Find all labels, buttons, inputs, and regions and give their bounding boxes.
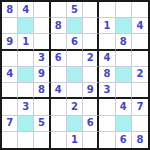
cell-r4c2[interactable]: [18, 51, 34, 67]
cell-r1c5[interactable]: 5: [67, 2, 83, 18]
cell-r1c9[interactable]: [132, 2, 148, 18]
cell-r6c2[interactable]: [18, 83, 34, 99]
cell-r7c6[interactable]: [83, 99, 99, 115]
cell-r9c6[interactable]: [83, 132, 99, 148]
cell-r2c1[interactable]: [2, 18, 18, 34]
cell-r7c1[interactable]: [2, 99, 18, 115]
cell-r1c1[interactable]: 8: [2, 2, 18, 18]
cell-r2c5[interactable]: [67, 18, 83, 34]
cell-r1c4[interactable]: [51, 2, 67, 18]
cell-r8c8[interactable]: [116, 116, 132, 132]
cell-r5c6[interactable]: [83, 67, 99, 83]
cell-r5c1[interactable]: 4: [2, 67, 18, 83]
cell-r3c7[interactable]: [99, 34, 115, 50]
cell-r4c8[interactable]: [116, 51, 132, 67]
cell-r4c1[interactable]: [2, 51, 18, 67]
cell-r5c9[interactable]: 2: [132, 67, 148, 83]
cell-r7c9[interactable]: 7: [132, 99, 148, 115]
cell-r8c1[interactable]: 7: [2, 116, 18, 132]
cell-r7c3[interactable]: [34, 99, 50, 115]
cell-r6c8[interactable]: [116, 83, 132, 99]
cell-r7c2[interactable]: 3: [18, 99, 34, 115]
cell-r1c2[interactable]: 4: [18, 2, 34, 18]
cell-r6c9[interactable]: [132, 83, 148, 99]
cell-r5c8[interactable]: [116, 67, 132, 83]
cell-r1c6[interactable]: [83, 2, 99, 18]
cell-r4c9[interactable]: [132, 51, 148, 67]
cell-r3c6[interactable]: [83, 34, 99, 50]
cell-r4c6[interactable]: 2: [83, 51, 99, 67]
cell-r2c4[interactable]: 8: [51, 18, 67, 34]
cell-r9c3[interactable]: [34, 132, 50, 148]
cell-r6c3[interactable]: 8: [34, 83, 50, 99]
cell-r2c9[interactable]: 4: [132, 18, 148, 34]
cell-r3c9[interactable]: [132, 34, 148, 50]
cell-r6c5[interactable]: [67, 83, 83, 99]
cell-r6c1[interactable]: [2, 83, 18, 99]
cell-r2c7[interactable]: 1: [99, 18, 115, 34]
cell-r8c7[interactable]: [99, 116, 115, 132]
cell-r8c6[interactable]: 6: [83, 116, 99, 132]
cell-r4c4[interactable]: 6: [51, 51, 67, 67]
cell-r6c6[interactable]: 9: [83, 83, 99, 99]
cell-r8c5[interactable]: [67, 116, 83, 132]
cell-r8c3[interactable]: 5: [34, 116, 50, 132]
cell-r9c5[interactable]: 1: [67, 132, 83, 148]
cell-r3c4[interactable]: [51, 34, 67, 50]
cell-r3c5[interactable]: 6: [67, 34, 83, 50]
cell-r8c9[interactable]: [132, 116, 148, 132]
cell-r5c3[interactable]: 9: [34, 67, 50, 83]
cell-r7c8[interactable]: 4: [116, 99, 132, 115]
cell-r3c3[interactable]: [34, 34, 50, 50]
cell-r9c9[interactable]: 8: [132, 132, 148, 148]
cell-r4c3[interactable]: 3: [34, 51, 50, 67]
cell-r6c7[interactable]: 3: [99, 83, 115, 99]
cell-r1c8[interactable]: [116, 2, 132, 18]
cell-r4c5[interactable]: [67, 51, 83, 67]
cell-r7c7[interactable]: [99, 99, 115, 115]
cell-r3c2[interactable]: 1: [18, 34, 34, 50]
cell-r5c7[interactable]: 8: [99, 67, 115, 83]
cell-r5c4[interactable]: [51, 67, 67, 83]
cell-r9c2[interactable]: [18, 132, 34, 148]
cell-r6c4[interactable]: 4: [51, 83, 67, 99]
cell-r2c2[interactable]: [18, 18, 34, 34]
cell-r2c8[interactable]: [116, 18, 132, 34]
sudoku-board: 84581491683624498284933247756168: [0, 0, 150, 150]
cell-r2c6[interactable]: [83, 18, 99, 34]
cell-r3c8[interactable]: 8: [116, 34, 132, 50]
cell-r7c4[interactable]: [51, 99, 67, 115]
cell-r8c4[interactable]: [51, 116, 67, 132]
cell-r7c5[interactable]: 2: [67, 99, 83, 115]
cell-r3c1[interactable]: 9: [2, 34, 18, 50]
cell-r9c1[interactable]: [2, 132, 18, 148]
cell-r5c5[interactable]: [67, 67, 83, 83]
cell-r2c3[interactable]: [34, 18, 50, 34]
cell-r1c3[interactable]: [34, 2, 50, 18]
cell-r1c7[interactable]: [99, 2, 115, 18]
cell-r9c4[interactable]: [51, 132, 67, 148]
cell-r8c2[interactable]: [18, 116, 34, 132]
cell-r9c7[interactable]: [99, 132, 115, 148]
cell-r4c7[interactable]: 4: [99, 51, 115, 67]
cell-r5c2[interactable]: [18, 67, 34, 83]
cell-r9c8[interactable]: 6: [116, 132, 132, 148]
